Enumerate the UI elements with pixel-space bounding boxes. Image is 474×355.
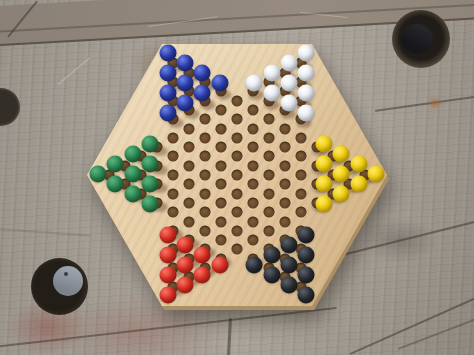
hole[interactable] [168, 207, 179, 218]
peg-blue[interactable] [159, 65, 176, 82]
hole[interactable] [248, 123, 259, 134]
hole[interactable] [216, 216, 227, 227]
peg-yellow[interactable] [315, 196, 332, 213]
hole[interactable] [168, 188, 179, 199]
hole[interactable] [232, 95, 243, 106]
peg-black[interactable] [281, 276, 298, 293]
hole[interactable] [200, 170, 211, 181]
peg-red[interactable] [194, 246, 211, 263]
hole[interactable] [264, 114, 275, 125]
peg-white[interactable] [281, 55, 298, 72]
peg-green[interactable] [142, 196, 159, 213]
hole[interactable] [184, 179, 195, 190]
photo-scene [0, 0, 474, 355]
hole[interactable] [184, 197, 195, 208]
hole[interactable] [280, 160, 291, 171]
hole[interactable] [168, 170, 179, 181]
peg-red[interactable] [176, 276, 193, 293]
hole[interactable] [264, 188, 275, 199]
hole[interactable] [296, 170, 307, 181]
hole[interactable] [280, 179, 291, 190]
peg-white[interactable] [263, 85, 280, 102]
hole[interactable] [216, 160, 227, 171]
peg-yellow[interactable] [333, 186, 350, 203]
hole[interactable] [168, 132, 179, 143]
hole[interactable] [296, 151, 307, 162]
peg-green[interactable] [107, 176, 124, 193]
peg-blue[interactable] [194, 65, 211, 82]
peg-white[interactable] [298, 85, 315, 102]
peg-green[interactable] [142, 135, 159, 152]
hole[interactable] [248, 197, 259, 208]
peg-white[interactable] [281, 75, 298, 92]
peg-green[interactable] [90, 166, 107, 183]
hole[interactable] [184, 216, 195, 227]
hole[interactable] [248, 179, 259, 190]
peg-black[interactable] [281, 236, 298, 253]
hole[interactable] [280, 216, 291, 227]
peg-red[interactable] [159, 287, 176, 304]
hole[interactable] [280, 123, 291, 134]
hole[interactable] [200, 114, 211, 125]
peg-yellow[interactable] [315, 135, 332, 152]
peg-white[interactable] [263, 65, 280, 82]
peg-blue[interactable] [211, 75, 228, 92]
peg-white[interactable] [298, 65, 315, 82]
hole[interactable] [232, 170, 243, 181]
peg-shadow [249, 90, 264, 100]
peg-yellow[interactable] [367, 166, 384, 183]
hole[interactable] [216, 197, 227, 208]
peg-green[interactable] [107, 155, 124, 172]
hole[interactable] [184, 123, 195, 134]
hole[interactable] [248, 235, 259, 246]
peg-blue[interactable] [176, 75, 193, 92]
peg-black[interactable] [298, 287, 315, 304]
hole[interactable] [248, 142, 259, 153]
hole[interactable] [200, 207, 211, 218]
peg-blue[interactable] [159, 85, 176, 102]
peg-yellow[interactable] [315, 176, 332, 193]
peg-green[interactable] [124, 186, 141, 203]
peg-blue[interactable] [176, 95, 193, 112]
peg-red[interactable] [159, 266, 176, 283]
hole[interactable] [264, 151, 275, 162]
hole[interactable] [232, 188, 243, 199]
peg-green[interactable] [142, 155, 159, 172]
peg-red[interactable] [159, 246, 176, 263]
peg-green[interactable] [124, 166, 141, 183]
peg-blue[interactable] [176, 55, 193, 72]
hole[interactable] [200, 188, 211, 199]
hole[interactable] [248, 104, 259, 115]
peg-white[interactable] [281, 95, 298, 112]
peg-blue[interactable] [194, 85, 211, 102]
hole[interactable] [216, 123, 227, 134]
peg-black[interactable] [263, 266, 280, 283]
peg-black[interactable] [263, 246, 280, 263]
hole[interactable] [264, 132, 275, 143]
hole[interactable] [232, 244, 243, 255]
peg-yellow[interactable] [333, 166, 350, 183]
hole[interactable] [296, 188, 307, 199]
peg-red[interactable] [176, 256, 193, 273]
hole[interactable] [184, 160, 195, 171]
peg-yellow[interactable] [350, 155, 367, 172]
peg-green[interactable] [142, 176, 159, 193]
peg-yellow[interactable] [315, 155, 332, 172]
peg-shadow [217, 90, 232, 100]
hole[interactable] [200, 151, 211, 162]
hole[interactable] [216, 179, 227, 190]
hole[interactable] [216, 142, 227, 153]
peg-blue[interactable] [159, 105, 176, 122]
peg-white[interactable] [298, 44, 315, 61]
peg-red[interactable] [211, 256, 228, 273]
peg-red[interactable] [194, 266, 211, 283]
peg-yellow[interactable] [350, 176, 367, 193]
hole[interactable] [216, 235, 227, 246]
peg-green[interactable] [124, 145, 141, 162]
hole[interactable] [296, 207, 307, 218]
hole[interactable] [248, 216, 259, 227]
peg-black[interactable] [298, 226, 315, 243]
peg-yellow[interactable] [333, 145, 350, 162]
hole[interactable] [264, 170, 275, 181]
hole[interactable] [232, 225, 243, 236]
hole[interactable] [280, 197, 291, 208]
peg-black[interactable] [246, 256, 263, 273]
hole[interactable] [232, 207, 243, 218]
hole[interactable] [280, 142, 291, 153]
hole[interactable] [216, 104, 227, 115]
hole[interactable] [232, 132, 243, 143]
hole[interactable] [232, 114, 243, 125]
peg-black[interactable] [298, 266, 315, 283]
peg-white[interactable] [246, 75, 263, 92]
peg-black[interactable] [281, 256, 298, 273]
hole[interactable] [232, 151, 243, 162]
hole[interactable] [184, 142, 195, 153]
peg-black[interactable] [298, 246, 315, 263]
peg-red[interactable] [159, 226, 176, 243]
hole[interactable] [248, 160, 259, 171]
hole[interactable] [168, 151, 179, 162]
peg-blue[interactable] [159, 44, 176, 61]
peg-red[interactable] [176, 236, 193, 253]
hole[interactable] [264, 207, 275, 218]
hole[interactable] [200, 132, 211, 143]
peg-white[interactable] [298, 105, 315, 122]
hole[interactable] [264, 225, 275, 236]
hole[interactable] [200, 225, 211, 236]
hole[interactable] [296, 132, 307, 143]
